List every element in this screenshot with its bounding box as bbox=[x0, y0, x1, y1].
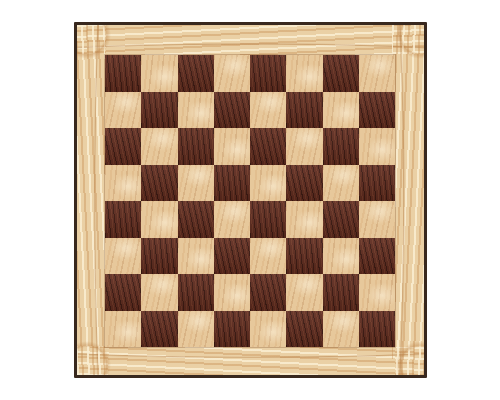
square-g8 bbox=[323, 55, 359, 92]
square-b1 bbox=[141, 311, 177, 348]
board-grid bbox=[105, 55, 395, 347]
square-f3 bbox=[286, 238, 322, 275]
square-g3 bbox=[323, 238, 359, 275]
square-d8 bbox=[214, 55, 250, 92]
board-frame-right-rail bbox=[392, 25, 424, 375]
square-e7 bbox=[250, 92, 286, 129]
square-a8 bbox=[105, 55, 141, 92]
board-frame-left-rail bbox=[77, 25, 105, 375]
square-c6 bbox=[178, 128, 214, 165]
square-h3 bbox=[359, 238, 395, 275]
square-f5 bbox=[286, 165, 322, 202]
square-g2 bbox=[323, 274, 359, 311]
board-frame-top-rail bbox=[77, 25, 424, 55]
square-g5 bbox=[323, 165, 359, 202]
square-b7 bbox=[141, 92, 177, 129]
square-d3 bbox=[214, 238, 250, 275]
square-h5 bbox=[359, 165, 395, 202]
square-a7 bbox=[105, 92, 141, 129]
square-g6 bbox=[323, 128, 359, 165]
square-c1 bbox=[178, 311, 214, 348]
square-f8 bbox=[286, 55, 322, 92]
square-f2 bbox=[286, 274, 322, 311]
square-d7 bbox=[214, 92, 250, 129]
square-e6 bbox=[250, 128, 286, 165]
square-b2 bbox=[141, 274, 177, 311]
square-d4 bbox=[214, 201, 250, 238]
square-e2 bbox=[250, 274, 286, 311]
square-h2 bbox=[359, 274, 395, 311]
square-c3 bbox=[178, 238, 214, 275]
square-e1 bbox=[250, 311, 286, 348]
square-f7 bbox=[286, 92, 322, 129]
square-d2 bbox=[214, 274, 250, 311]
square-h8 bbox=[359, 55, 395, 92]
square-h1 bbox=[359, 311, 395, 348]
square-a3 bbox=[105, 238, 141, 275]
square-e5 bbox=[250, 165, 286, 202]
square-b4 bbox=[141, 201, 177, 238]
square-c5 bbox=[178, 165, 214, 202]
square-c7 bbox=[178, 92, 214, 129]
square-f6 bbox=[286, 128, 322, 165]
square-d1 bbox=[214, 311, 250, 348]
square-e8 bbox=[250, 55, 286, 92]
board-frame bbox=[77, 25, 424, 375]
square-e4 bbox=[250, 201, 286, 238]
board-frame-bottom-rail bbox=[77, 347, 424, 375]
square-b8 bbox=[141, 55, 177, 92]
photo-background bbox=[0, 0, 500, 400]
square-h4 bbox=[359, 201, 395, 238]
square-a2 bbox=[105, 274, 141, 311]
square-h6 bbox=[359, 128, 395, 165]
square-c4 bbox=[178, 201, 214, 238]
square-e3 bbox=[250, 238, 286, 275]
square-b3 bbox=[141, 238, 177, 275]
square-g7 bbox=[323, 92, 359, 129]
square-b6 bbox=[141, 128, 177, 165]
square-d5 bbox=[214, 165, 250, 202]
square-a1 bbox=[105, 311, 141, 348]
square-d6 bbox=[214, 128, 250, 165]
square-f1 bbox=[286, 311, 322, 348]
square-c2 bbox=[178, 274, 214, 311]
square-a4 bbox=[105, 201, 141, 238]
square-a6 bbox=[105, 128, 141, 165]
square-f4 bbox=[286, 201, 322, 238]
square-g4 bbox=[323, 201, 359, 238]
square-a5 bbox=[105, 165, 141, 202]
square-c8 bbox=[178, 55, 214, 92]
chess-board bbox=[74, 22, 427, 378]
square-h7 bbox=[359, 92, 395, 129]
square-g1 bbox=[323, 311, 359, 348]
square-b5 bbox=[141, 165, 177, 202]
